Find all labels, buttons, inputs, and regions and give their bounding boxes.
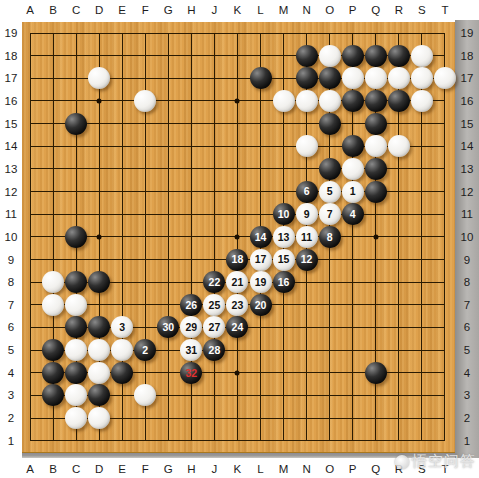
white-stone-F16 xyxy=(134,90,156,112)
black-stone-J8: 22 xyxy=(203,271,225,293)
black-stone-O17 xyxy=(319,67,341,89)
white-stone-O11: 7 xyxy=(319,203,341,225)
black-stone-Q13 xyxy=(365,158,387,180)
coord-bottom-R: R xyxy=(395,463,403,475)
black-stone-K6: 24 xyxy=(226,316,248,338)
coord-left-13: 13 xyxy=(5,163,18,175)
black-stone-Q15 xyxy=(365,113,387,135)
black-stone-N9: 12 xyxy=(296,249,318,271)
coord-top-H: H xyxy=(187,4,195,16)
coord-left-12: 12 xyxy=(5,186,18,198)
coord-bottom-A: A xyxy=(26,463,34,475)
coord-left-2: 2 xyxy=(8,412,14,424)
black-stone-Q12 xyxy=(365,181,387,203)
white-stone-S17 xyxy=(411,67,433,89)
white-stone-P13 xyxy=(342,158,364,180)
black-stone-D3 xyxy=(88,384,110,406)
move-number: 28 xyxy=(209,345,221,356)
coord-left-3: 3 xyxy=(8,389,14,401)
move-number: 31 xyxy=(186,345,198,356)
move-number: 18 xyxy=(232,254,244,265)
move-number: 17 xyxy=(255,254,267,265)
white-stone-S16 xyxy=(411,90,433,112)
black-stone-B3 xyxy=(42,384,64,406)
coord-right-7: 7 xyxy=(464,299,470,311)
grid-vline xyxy=(444,33,445,442)
white-stone-P17 xyxy=(342,67,364,89)
black-stone-B5 xyxy=(42,339,64,361)
white-stone-N16 xyxy=(296,90,318,112)
move-number: 27 xyxy=(209,322,221,333)
coord-top-M: M xyxy=(279,4,289,16)
coord-top-B: B xyxy=(49,4,57,16)
coord-bottom-N: N xyxy=(302,463,310,475)
coord-left-4: 4 xyxy=(8,367,14,379)
coord-top-E: E xyxy=(118,4,126,16)
star-point xyxy=(235,370,240,375)
white-stone-O16 xyxy=(319,90,341,112)
black-stone-N12: 6 xyxy=(296,181,318,203)
black-stone-L10: 14 xyxy=(250,226,272,248)
move-number: 12 xyxy=(301,254,313,265)
goban: 6511097414131181817151222211916262523203… xyxy=(22,22,455,453)
black-stone-F5: 2 xyxy=(134,339,156,361)
coord-top-O: O xyxy=(325,4,334,16)
white-stone-L9: 17 xyxy=(250,249,272,271)
move-number: 21 xyxy=(232,277,244,288)
coord-right-12: 12 xyxy=(461,186,474,198)
coord-left-19: 19 xyxy=(5,27,18,39)
go-diagram: 6511097414131181817151222211916262523203… xyxy=(0,0,479,478)
coord-left-16: 16 xyxy=(5,95,18,107)
white-stone-B8 xyxy=(42,271,64,293)
coord-left-6: 6 xyxy=(8,321,14,333)
star-point xyxy=(235,98,240,103)
coord-right-6: 6 xyxy=(464,321,470,333)
black-stone-D6 xyxy=(88,316,110,338)
coord-right-5: 5 xyxy=(464,344,470,356)
coord-bottom-M: M xyxy=(279,463,289,475)
coord-left-11: 11 xyxy=(5,208,17,220)
black-stone-P11: 4 xyxy=(342,203,364,225)
move-number: 23 xyxy=(232,300,244,311)
move-number: 19 xyxy=(255,277,267,288)
white-stone-M9: 15 xyxy=(273,249,295,271)
black-stone-D8 xyxy=(88,271,110,293)
move-number: 13 xyxy=(278,232,290,243)
black-stone-P16 xyxy=(342,90,364,112)
black-stone-B4 xyxy=(42,362,64,384)
coord-left-14: 14 xyxy=(5,140,18,152)
star-point xyxy=(235,234,240,239)
coord-right-3: 3 xyxy=(464,389,470,401)
black-stone-L17 xyxy=(250,67,272,89)
coord-top-D: D xyxy=(95,4,103,16)
white-stone-Q17 xyxy=(365,67,387,89)
white-stone-J7: 25 xyxy=(203,294,225,316)
black-stone-Q18 xyxy=(365,45,387,67)
white-stone-H6: 29 xyxy=(180,316,202,338)
coord-top-G: G xyxy=(164,4,173,16)
black-stone-K9: 18 xyxy=(226,249,248,271)
black-stone-N17 xyxy=(296,67,318,89)
black-stone-R16 xyxy=(388,90,410,112)
coord-top-T: T xyxy=(441,4,448,16)
white-stone-F3 xyxy=(134,384,156,406)
white-stone-D5 xyxy=(88,339,110,361)
coord-bottom-E: E xyxy=(118,463,126,475)
coord-right-11: 11 xyxy=(461,208,473,220)
move-number: 22 xyxy=(209,277,221,288)
black-stone-Q16 xyxy=(365,90,387,112)
coord-bottom-J: J xyxy=(212,463,218,475)
coord-right-16: 16 xyxy=(461,95,474,107)
coord-left-9: 9 xyxy=(8,254,14,266)
coord-bottom-L: L xyxy=(257,463,263,475)
star-point xyxy=(97,234,102,239)
white-stone-Q14 xyxy=(365,135,387,157)
move-number: 11 xyxy=(301,232,312,243)
coord-bottom-H: H xyxy=(187,463,195,475)
coord-left-17: 17 xyxy=(5,72,18,84)
coord-left-8: 8 xyxy=(8,276,14,288)
coord-bottom-K: K xyxy=(234,463,242,475)
black-stone-O10: 8 xyxy=(319,226,341,248)
white-stone-C7 xyxy=(65,294,87,316)
grid-hline xyxy=(30,440,446,441)
black-stone-C4 xyxy=(65,362,87,384)
white-stone-E6: 3 xyxy=(111,316,133,338)
move-number: 5 xyxy=(327,186,333,197)
white-stone-D2 xyxy=(88,407,110,429)
move-number: 3 xyxy=(119,322,125,333)
white-stone-J6: 27 xyxy=(203,316,225,338)
white-stone-M10: 13 xyxy=(273,226,295,248)
coord-top-S: S xyxy=(418,4,426,16)
coord-right-9: 9 xyxy=(464,254,470,266)
move-number: 29 xyxy=(186,322,198,333)
black-stone-Q4 xyxy=(365,362,387,384)
white-stone-C3 xyxy=(65,384,87,406)
coord-bottom-F: F xyxy=(142,463,149,475)
coord-bottom-T: T xyxy=(441,463,448,475)
white-stone-E5 xyxy=(111,339,133,361)
move-number: 14 xyxy=(255,232,267,243)
coord-top-K: K xyxy=(234,4,242,16)
star-point xyxy=(373,234,378,239)
coord-top-A: A xyxy=(26,4,34,16)
move-number: 10 xyxy=(278,209,290,220)
black-stone-L7: 20 xyxy=(250,294,272,316)
move-number: 24 xyxy=(232,322,244,333)
move-number: 8 xyxy=(327,232,333,243)
white-stone-O18 xyxy=(319,45,341,67)
move-number: 15 xyxy=(278,254,290,265)
coord-right-8: 8 xyxy=(464,276,470,288)
coord-top-R: R xyxy=(395,4,403,16)
coord-right-2: 2 xyxy=(464,412,470,424)
coord-right-19: 19 xyxy=(461,27,474,39)
black-stone-E4 xyxy=(111,362,133,384)
coord-bottom-Q: Q xyxy=(371,463,380,475)
white-stone-N14 xyxy=(296,135,318,157)
coord-right-4: 4 xyxy=(464,367,470,379)
move-number: 4 xyxy=(350,209,356,220)
white-stone-K7: 23 xyxy=(226,294,248,316)
white-stone-C2 xyxy=(65,407,87,429)
black-stone-C6 xyxy=(65,316,87,338)
move-number: 1 xyxy=(350,186,356,197)
white-stone-T17 xyxy=(434,67,456,89)
white-stone-R17 xyxy=(388,67,410,89)
coord-left-1: 1 xyxy=(8,435,14,447)
coord-left-15: 15 xyxy=(5,118,18,130)
coord-top-C: C xyxy=(72,4,80,16)
white-stone-R14 xyxy=(388,135,410,157)
white-stone-B7 xyxy=(42,294,64,316)
coord-right-13: 13 xyxy=(461,163,474,175)
black-stone-R18 xyxy=(388,45,410,67)
coord-top-F: F xyxy=(142,4,149,16)
coord-top-P: P xyxy=(349,4,357,16)
coord-left-7: 7 xyxy=(8,299,14,311)
coord-top-J: J xyxy=(212,4,218,16)
move-number: 26 xyxy=(186,300,198,311)
white-stone-S18 xyxy=(411,45,433,67)
coord-left-18: 18 xyxy=(5,50,18,62)
white-stone-N11: 9 xyxy=(296,203,318,225)
white-stone-N10: 11 xyxy=(296,226,318,248)
white-stone-K8: 21 xyxy=(226,271,248,293)
white-stone-H5: 31 xyxy=(180,339,202,361)
coord-right-17: 17 xyxy=(461,72,474,84)
white-stone-D17 xyxy=(88,67,110,89)
move-number: 25 xyxy=(209,300,221,311)
move-number: 6 xyxy=(304,186,310,197)
black-stone-J5: 28 xyxy=(203,339,225,361)
black-stone-P14 xyxy=(342,135,364,157)
coord-right-18: 18 xyxy=(461,50,474,62)
coord-top-L: L xyxy=(257,4,263,16)
white-stone-C5 xyxy=(65,339,87,361)
move-number: 7 xyxy=(327,209,333,220)
coord-bottom-O: O xyxy=(325,463,334,475)
coord-left-10: 10 xyxy=(5,231,18,243)
move-number: 32 xyxy=(186,368,198,379)
coord-bottom-P: P xyxy=(349,463,357,475)
black-stone-H7: 26 xyxy=(180,294,202,316)
black-stone-C15 xyxy=(65,113,87,135)
coord-top-N: N xyxy=(302,4,310,16)
white-stone-P12: 1 xyxy=(342,181,364,203)
coord-right-15: 15 xyxy=(461,118,474,130)
move-number: 9 xyxy=(304,209,310,220)
move-number: 16 xyxy=(278,277,290,288)
black-stone-M11: 10 xyxy=(273,203,295,225)
coord-bottom-S: S xyxy=(418,463,426,475)
move-number: 2 xyxy=(142,345,148,356)
coord-left-5: 5 xyxy=(8,344,14,356)
black-stone-P18 xyxy=(342,45,364,67)
star-point xyxy=(97,98,102,103)
coord-right-1: 1 xyxy=(464,435,470,447)
coord-bottom-D: D xyxy=(95,463,103,475)
black-stone-G6: 30 xyxy=(157,316,179,338)
coord-bottom-C: C xyxy=(72,463,80,475)
move-number: 30 xyxy=(162,322,174,333)
coord-right-10: 10 xyxy=(461,231,474,243)
move-number: 20 xyxy=(255,300,267,311)
white-stone-M16 xyxy=(273,90,295,112)
black-stone-C10 xyxy=(65,226,87,248)
black-stone-M8: 16 xyxy=(273,271,295,293)
coord-bottom-B: B xyxy=(49,463,57,475)
coord-bottom-G: G xyxy=(164,463,173,475)
black-stone-H4: 32 xyxy=(180,362,202,384)
white-stone-D4 xyxy=(88,362,110,384)
black-stone-O13 xyxy=(319,158,341,180)
coord-top-Q: Q xyxy=(371,4,380,16)
coord-right-14: 14 xyxy=(461,140,474,152)
black-stone-N18 xyxy=(296,45,318,67)
black-stone-O15 xyxy=(319,113,341,135)
white-stone-O12: 5 xyxy=(319,181,341,203)
black-stone-C8 xyxy=(65,271,87,293)
white-stone-L8: 19 xyxy=(250,271,272,293)
